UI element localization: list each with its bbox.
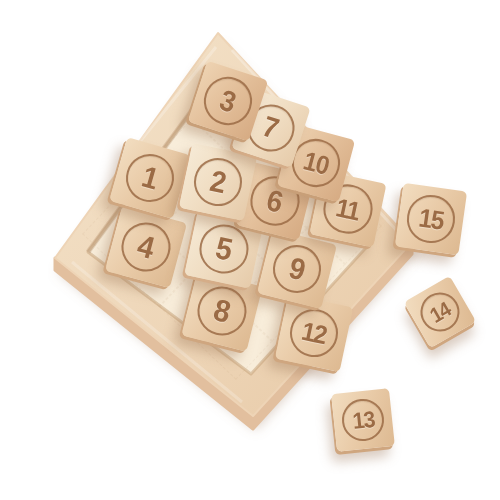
tile-3-number: 3 (216, 85, 239, 117)
tile-1[interactable]: 1 (109, 137, 191, 219)
tile-15-number: 15 (417, 204, 445, 233)
tile-2-number: 2 (207, 166, 229, 199)
tile-8-number: 8 (210, 294, 233, 328)
tile-15[interactable]: 15 (395, 183, 467, 255)
tile-15-ring: 15 (404, 192, 458, 246)
tile-4[interactable]: 4 (105, 206, 187, 288)
tile-1-number: 1 (138, 161, 161, 194)
tile-9-ring: 9 (267, 239, 326, 298)
tile-14-ring: 14 (413, 285, 467, 339)
tile-13-number: 13 (351, 407, 375, 432)
tile-13[interactable]: 13 (331, 388, 395, 452)
scene: 123456789101112131415 (0, 0, 500, 500)
tile-4-ring: 4 (116, 217, 177, 278)
tile-12-number: 12 (299, 318, 328, 348)
tile-13-ring: 13 (339, 396, 386, 443)
tile-9-number: 9 (286, 253, 308, 286)
tile-14[interactable]: 14 (404, 276, 476, 348)
tile-10-number: 10 (301, 147, 331, 178)
tile-4-number: 4 (134, 230, 158, 264)
tile-1-ring: 1 (120, 148, 180, 208)
tile-14-number: 14 (426, 298, 453, 326)
tile-9[interactable]: 9 (257, 229, 337, 309)
tile-12-ring: 12 (285, 304, 343, 362)
tiles-layer: 123456789101112131415 (0, 0, 500, 500)
tile-6-number: 6 (264, 185, 286, 218)
tile-2[interactable]: 2 (179, 143, 257, 221)
tile-5-ring: 5 (195, 220, 254, 279)
tile-2-ring: 2 (189, 153, 247, 211)
tile-3-ring: 3 (198, 71, 258, 131)
tile-8-ring: 8 (192, 281, 252, 341)
tile-7-number: 7 (259, 112, 282, 144)
tile-5-number: 5 (213, 232, 235, 266)
